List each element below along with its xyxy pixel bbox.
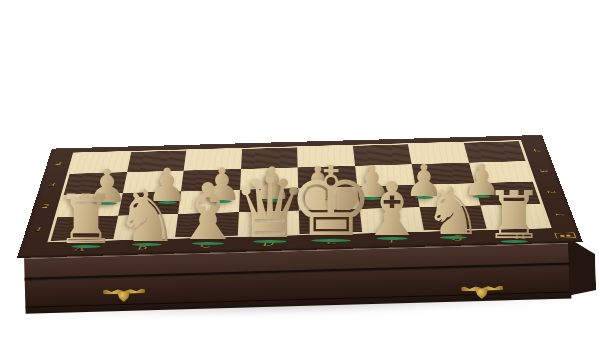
square-b3[interactable] [122, 170, 183, 193]
square-d4[interactable] [241, 147, 298, 168]
file-label-g: G [425, 233, 490, 244]
file-label-h: H [487, 231, 553, 242]
square-e2[interactable] [298, 187, 359, 211]
square-c3[interactable] [181, 169, 241, 192]
chess-board: ABCDEFGH 4321 4321 [17, 135, 583, 258]
square-c1[interactable] [175, 212, 238, 237]
clasp-shield [117, 292, 130, 302]
square-d2[interactable] [238, 188, 298, 212]
square-h2[interactable] [474, 182, 540, 206]
square-g2[interactable] [415, 183, 479, 207]
square-e4[interactable] [297, 146, 355, 167]
square-d1[interactable] [237, 210, 299, 235]
square-f2[interactable] [357, 185, 420, 209]
maker-stamp-icon [554, 232, 576, 238]
square-g3[interactable] [412, 162, 474, 184]
square-f1[interactable] [359, 207, 424, 232]
square-b4[interactable] [127, 151, 187, 172]
product-photo-scene: ABCDEFGH 4321 4321 ♟♟♟♟♟♟♟♟♜♞♝♛♚♝♞♜ [0, 0, 600, 360]
file-label-f: F [362, 235, 426, 246]
square-g1[interactable] [420, 205, 487, 230]
file-label-d: D [237, 238, 300, 249]
square-a4[interactable] [70, 152, 131, 174]
board-border: ABCDEFGH 4321 4321 [17, 135, 583, 258]
lid-seam [25, 262, 571, 280]
square-g4[interactable] [408, 143, 469, 164]
file-label-e: E [300, 236, 363, 247]
file-label-c: C [173, 240, 237, 251]
rank-label-left-1: 1 [34, 225, 43, 233]
square-h4[interactable] [463, 141, 525, 162]
square-c4[interactable] [184, 149, 242, 170]
square-d3[interactable] [240, 167, 299, 190]
square-h3[interactable] [469, 161, 533, 183]
rank-label-right-2: 2 [543, 190, 559, 193]
square-h1[interactable] [480, 204, 548, 229]
scene-tilt: ABCDEFGH 4321 4321 [0, 0, 600, 360]
file-label-b: B [110, 242, 174, 253]
clasp-shield [475, 289, 488, 299]
brass-clasp-icon[interactable] [461, 281, 503, 300]
rank-label-right-1: 1 [551, 213, 568, 216]
square-f3[interactable] [355, 164, 416, 186]
square-b2[interactable] [118, 191, 181, 215]
square-a3[interactable] [64, 172, 127, 195]
square-f4[interactable] [352, 144, 411, 165]
square-a1[interactable] [51, 215, 118, 240]
brass-clasp-icon[interactable] [103, 284, 145, 303]
rank-label-left-3: 3 [48, 181, 56, 188]
square-c2[interactable] [178, 190, 239, 214]
board-grid [47, 140, 551, 242]
square-e3[interactable] [298, 166, 357, 189]
file-label-a: A [47, 243, 112, 254]
rank-label-left-4: 4 [55, 161, 63, 167]
square-b1[interactable] [113, 214, 178, 239]
rank-label-right-4: 4 [529, 149, 544, 152]
square-a2[interactable] [57, 193, 122, 217]
box-right-side [568, 237, 597, 296]
rank-label-right-3: 3 [536, 169, 552, 172]
square-e1[interactable] [299, 209, 362, 234]
rank-label-left-2: 2 [42, 203, 50, 210]
